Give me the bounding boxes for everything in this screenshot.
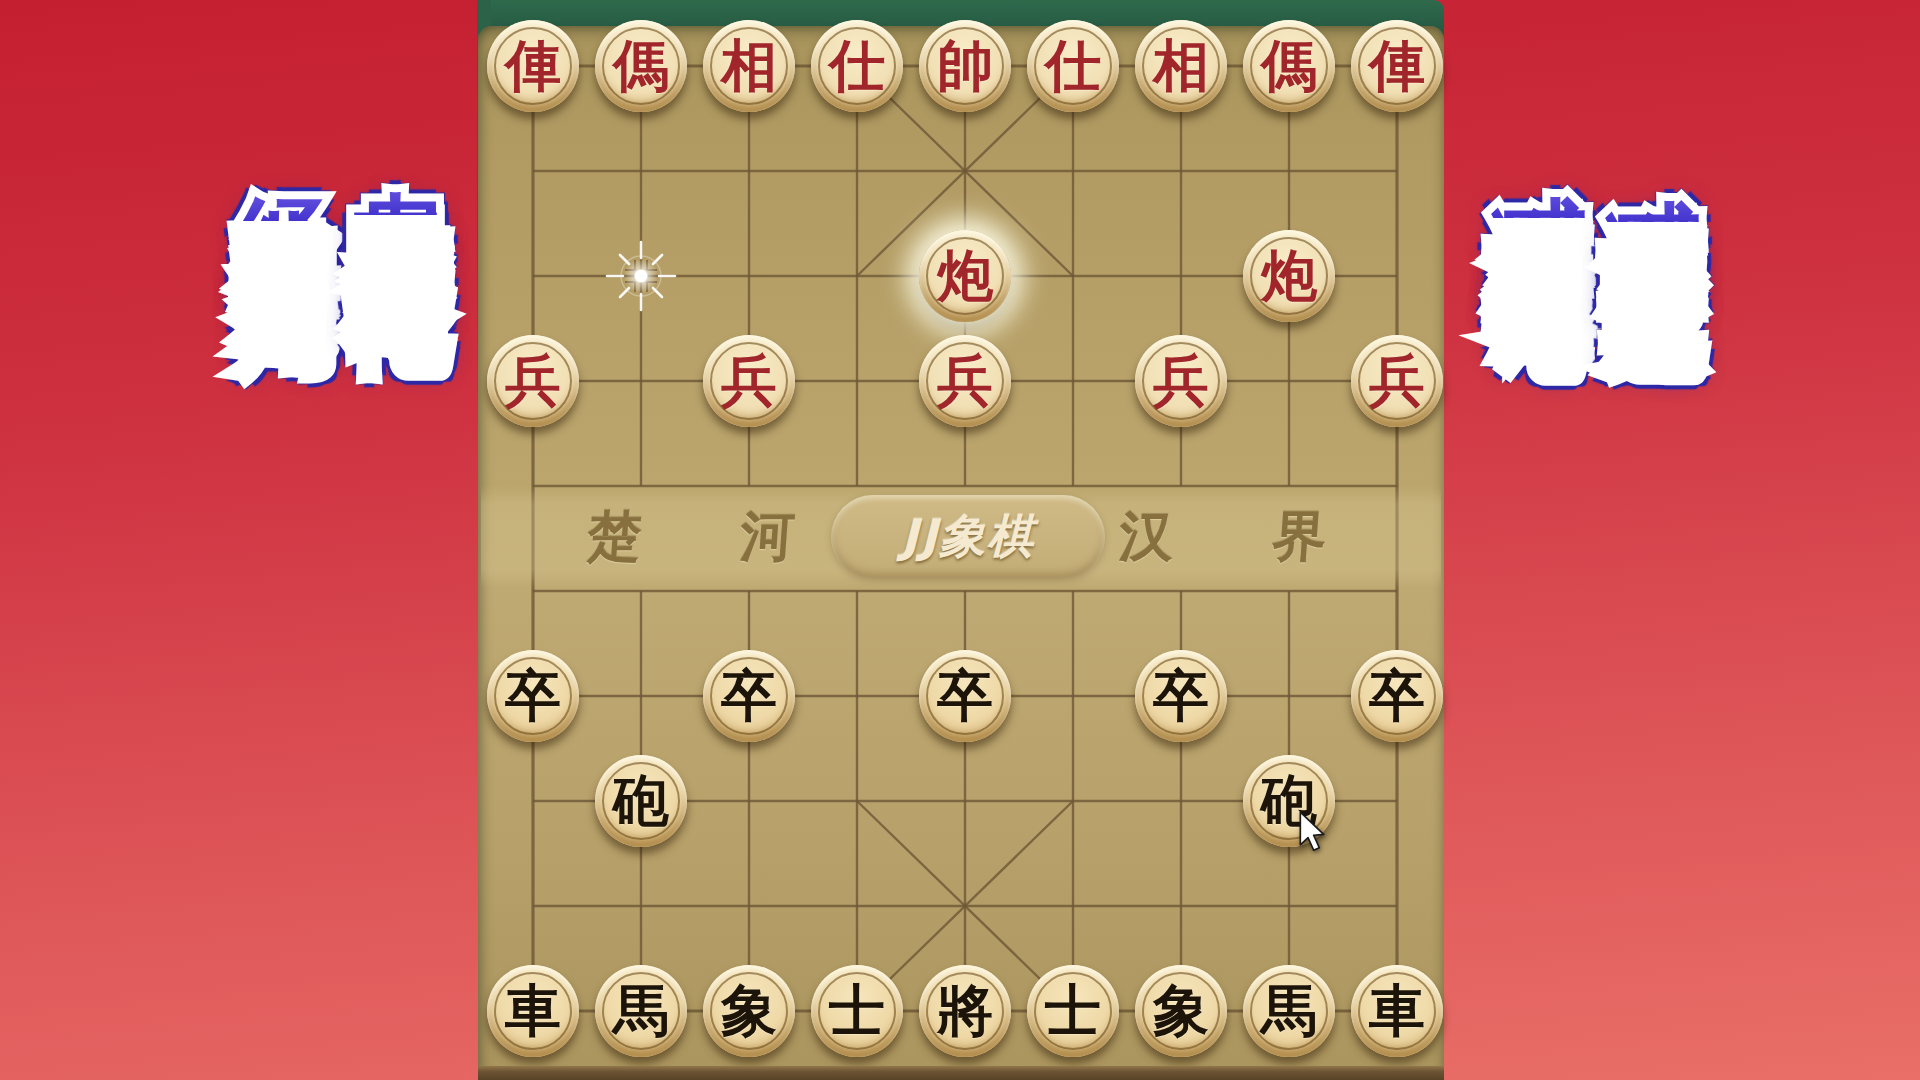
piece-red-俥[interactable]: 俥: [1351, 20, 1443, 112]
video-frame: 经典小列手炮布局 经典小列手炮布局 中局变化精彩绝伦 中局变化精彩绝伦 感谢您的…: [0, 0, 1920, 1080]
piece-character: 兵: [1369, 353, 1425, 409]
piece-character: 相: [721, 38, 777, 94]
piece-character: 卒: [1153, 668, 1209, 724]
river-text-han-jie: 汉 界: [1077, 501, 1369, 574]
piece-black-卒[interactable]: 卒: [919, 650, 1011, 742]
piece-character: 車: [1369, 983, 1425, 1039]
piece-red-俥[interactable]: 俥: [487, 20, 579, 112]
piece-character: 砲: [613, 773, 669, 829]
piece-red-仕[interactable]: 仕: [1027, 20, 1119, 112]
piece-character: 兵: [505, 353, 561, 409]
jj-logo-text: JJ象棋: [901, 506, 1035, 568]
piece-character: 兵: [937, 353, 993, 409]
piece-character: 兵: [1153, 353, 1209, 409]
piece-red-炮[interactable]: 炮: [919, 230, 1011, 322]
jj-logo-pill: JJ象棋: [831, 495, 1105, 579]
piece-character: 炮: [937, 248, 993, 304]
piece-character: 士: [1045, 983, 1101, 1039]
piece-character: 馬: [613, 983, 669, 1039]
piece-black-卒[interactable]: 卒: [1135, 650, 1227, 742]
piece-black-馬[interactable]: 馬: [595, 965, 687, 1057]
piece-character: 卒: [937, 668, 993, 724]
piece-black-象[interactable]: 象: [703, 965, 795, 1057]
piece-red-傌[interactable]: 傌: [1243, 20, 1335, 112]
piece-black-卒[interactable]: 卒: [703, 650, 795, 742]
right-banner-inner-text: 感谢您的关注评论: [1475, 114, 1607, 218]
piece-character: 將: [937, 983, 993, 1039]
piece-red-相[interactable]: 相: [1135, 20, 1227, 112]
piece-black-馬[interactable]: 馬: [1243, 965, 1335, 1057]
piece-red-相[interactable]: 相: [703, 20, 795, 112]
piece-character: 傌: [613, 38, 669, 94]
right-banner-outer-text: 感谢您的宝贵意见: [1589, 118, 1721, 222]
xiangqi-board[interactable]: 楚 河 JJ象棋 汉 界 俥傌相仕帥仕相傌俥炮炮兵兵兵兵兵卒卒卒卒卒砲砲車馬象士…: [478, 26, 1444, 1080]
river-text-chu-he: 楚 河: [545, 501, 837, 574]
piece-black-車[interactable]: 車: [487, 965, 579, 1057]
piece-character: 相: [1153, 38, 1209, 94]
piece-red-仕[interactable]: 仕: [811, 20, 903, 112]
piece-red-兵[interactable]: 兵: [487, 335, 579, 427]
piece-character: 象: [721, 983, 777, 1039]
piece-character: 兵: [721, 353, 777, 409]
board-front-edge: [478, 1066, 1444, 1080]
piece-red-兵[interactable]: 兵: [1135, 335, 1227, 427]
piece-character: 車: [505, 983, 561, 1039]
piece-character: 馬: [1261, 983, 1317, 1039]
piece-character: 炮: [1261, 248, 1317, 304]
piece-character: 卒: [721, 668, 777, 724]
piece-character: 砲: [1261, 773, 1317, 829]
river-band: 楚 河 JJ象棋 汉 界: [481, 486, 1441, 588]
piece-character: 仕: [1045, 38, 1101, 94]
piece-character: 俥: [505, 38, 561, 94]
piece-character: 帥: [937, 38, 993, 94]
piece-red-帥[interactable]: 帥: [919, 20, 1011, 112]
piece-character: 卒: [1369, 668, 1425, 724]
piece-black-砲[interactable]: 砲: [1243, 755, 1335, 847]
piece-character: 士: [829, 983, 885, 1039]
piece-black-士[interactable]: 士: [1027, 965, 1119, 1057]
piece-black-將[interactable]: 將: [919, 965, 1011, 1057]
piece-black-車[interactable]: 車: [1351, 965, 1443, 1057]
piece-red-傌[interactable]: 傌: [595, 20, 687, 112]
piece-character: 象: [1153, 983, 1209, 1039]
piece-red-兵[interactable]: 兵: [703, 335, 795, 427]
left-banner-inner-text: 中局变化精彩绝伦: [335, 111, 467, 215]
piece-character: 俥: [1369, 38, 1425, 94]
piece-character: 卒: [505, 668, 561, 724]
piece-black-象[interactable]: 象: [1135, 965, 1227, 1057]
piece-black-卒[interactable]: 卒: [487, 650, 579, 742]
piece-red-兵[interactable]: 兵: [1351, 335, 1443, 427]
piece-black-士[interactable]: 士: [811, 965, 903, 1057]
piece-character: 傌: [1261, 38, 1317, 94]
left-banner-outer-text: 经典小列手炮布局: [221, 117, 353, 221]
piece-black-卒[interactable]: 卒: [1351, 650, 1443, 742]
piece-red-炮[interactable]: 炮: [1243, 230, 1335, 322]
piece-black-砲[interactable]: 砲: [595, 755, 687, 847]
piece-red-兵[interactable]: 兵: [919, 335, 1011, 427]
piece-character: 仕: [829, 38, 885, 94]
